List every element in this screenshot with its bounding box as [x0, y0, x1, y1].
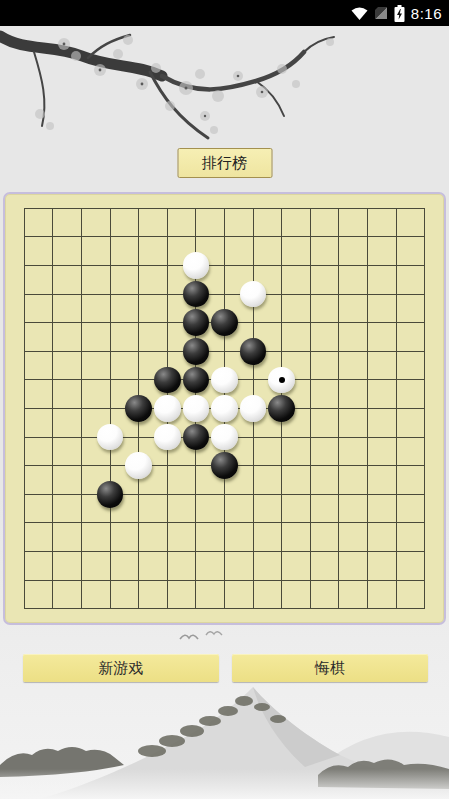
intersection[interactable]: [153, 366, 182, 395]
intersection[interactable]: [182, 366, 211, 395]
intersection[interactable]: [182, 394, 211, 423]
undo-button-label: 悔棋: [315, 659, 345, 678]
leaderboard-button-label: 排行榜: [202, 154, 247, 173]
intersection[interactable]: [67, 566, 96, 595]
intersection[interactable]: [239, 480, 268, 509]
intersection[interactable]: [267, 251, 296, 280]
white-stone: [240, 281, 267, 308]
intersection[interactable]: [96, 394, 125, 423]
intersection[interactable]: [67, 423, 96, 452]
intersection[interactable]: [353, 394, 382, 423]
intersection[interactable]: [67, 394, 96, 423]
intersection[interactable]: [153, 223, 182, 252]
white-stone: [183, 395, 210, 422]
intersection[interactable]: [410, 194, 439, 223]
intersection[interactable]: [353, 566, 382, 595]
intersection[interactable]: [210, 366, 239, 395]
intersection[interactable]: [325, 480, 354, 509]
white-stone: [211, 424, 238, 451]
black-stone: [211, 452, 238, 479]
black-stone: [154, 367, 181, 394]
intersection[interactable]: [382, 308, 411, 337]
intersection[interactable]: [96, 194, 125, 223]
intersection[interactable]: [153, 594, 182, 623]
intersection[interactable]: [325, 366, 354, 395]
intersection[interactable]: [153, 308, 182, 337]
intersection[interactable]: [382, 566, 411, 595]
intersection[interactable]: [39, 423, 68, 452]
intersection[interactable]: [210, 251, 239, 280]
intersection[interactable]: [325, 308, 354, 337]
intersection[interactable]: [296, 566, 325, 595]
intersection[interactable]: [353, 537, 382, 566]
intersection[interactable]: [296, 280, 325, 309]
intersection[interactable]: [10, 308, 39, 337]
intersection[interactable]: [182, 280, 211, 309]
intersection[interactable]: [353, 280, 382, 309]
intersection[interactable]: [382, 480, 411, 509]
intersection[interactable]: [410, 594, 439, 623]
intersection[interactable]: [39, 223, 68, 252]
intersection[interactable]: [296, 451, 325, 480]
white-stone: [211, 367, 238, 394]
intersection[interactable]: [182, 251, 211, 280]
white-stone: [240, 395, 267, 422]
intersection[interactable]: [210, 594, 239, 623]
intersection[interactable]: [124, 566, 153, 595]
intersection[interactable]: [39, 594, 68, 623]
board-grid: [10, 194, 439, 623]
white-stone: [211, 395, 238, 422]
intersection[interactable]: [67, 594, 96, 623]
intersection[interactable]: [210, 509, 239, 538]
intersection[interactable]: [325, 251, 354, 280]
intersection[interactable]: [267, 394, 296, 423]
no-sim-icon: [374, 6, 388, 20]
intersection[interactable]: [39, 394, 68, 423]
intersection[interactable]: [382, 280, 411, 309]
intersection[interactable]: [325, 509, 354, 538]
intersection[interactable]: [67, 537, 96, 566]
intersection[interactable]: [124, 308, 153, 337]
intersection[interactable]: [353, 594, 382, 623]
intersection[interactable]: [267, 308, 296, 337]
intersection[interactable]: [96, 223, 125, 252]
intersection[interactable]: [67, 308, 96, 337]
intersection[interactable]: [67, 251, 96, 280]
intersection[interactable]: [382, 509, 411, 538]
intersection[interactable]: [410, 394, 439, 423]
intersection[interactable]: [410, 451, 439, 480]
white-stone: [183, 252, 210, 279]
intersection[interactable]: [382, 594, 411, 623]
intersection[interactable]: [410, 337, 439, 366]
intersection[interactable]: [210, 194, 239, 223]
gomoku-board[interactable]: [10, 194, 439, 623]
intersection[interactable]: [182, 451, 211, 480]
wifi-icon: [351, 7, 368, 20]
intersection[interactable]: [39, 308, 68, 337]
intersection[interactable]: [210, 280, 239, 309]
intersection[interactable]: [325, 594, 354, 623]
intersection[interactable]: [267, 537, 296, 566]
intersection[interactable]: [124, 537, 153, 566]
intersection[interactable]: [353, 251, 382, 280]
intersection[interactable]: [182, 308, 211, 337]
intersection[interactable]: [10, 223, 39, 252]
intersection[interactable]: [267, 423, 296, 452]
intersection[interactable]: [67, 509, 96, 538]
intersection[interactable]: [124, 366, 153, 395]
intersection[interactable]: [210, 308, 239, 337]
intersection[interactable]: [410, 509, 439, 538]
intersection[interactable]: [67, 280, 96, 309]
intersection[interactable]: [382, 337, 411, 366]
intersection[interactable]: [182, 480, 211, 509]
intersection[interactable]: [96, 509, 125, 538]
status-time: 8:16: [411, 5, 442, 22]
intersection[interactable]: [124, 223, 153, 252]
intersection[interactable]: [239, 537, 268, 566]
action-button-row: 新游戏 悔棋: [23, 654, 428, 682]
intersection[interactable]: [182, 423, 211, 452]
intersection[interactable]: [153, 480, 182, 509]
intersection[interactable]: [239, 394, 268, 423]
intersection[interactable]: [182, 223, 211, 252]
intersection[interactable]: [10, 251, 39, 280]
intersection[interactable]: [67, 366, 96, 395]
white-stone: [268, 367, 295, 394]
intersection[interactable]: [410, 251, 439, 280]
intersection[interactable]: [382, 537, 411, 566]
intersection[interactable]: [10, 451, 39, 480]
intersection[interactable]: [239, 251, 268, 280]
intersection[interactable]: [239, 366, 268, 395]
intersection[interactable]: [296, 394, 325, 423]
intersection[interactable]: [153, 194, 182, 223]
intersection[interactable]: [124, 280, 153, 309]
intersection[interactable]: [267, 337, 296, 366]
intersection[interactable]: [382, 394, 411, 423]
intersection[interactable]: [124, 251, 153, 280]
intersection[interactable]: [96, 308, 125, 337]
black-stone: [240, 338, 267, 365]
intersection[interactable]: [382, 423, 411, 452]
intersection[interactable]: [382, 366, 411, 395]
intersection[interactable]: [39, 251, 68, 280]
intersection[interactable]: [382, 223, 411, 252]
intersection[interactable]: [382, 194, 411, 223]
intersection[interactable]: [39, 451, 68, 480]
intersection[interactable]: [210, 566, 239, 595]
intersection[interactable]: [10, 509, 39, 538]
intersection[interactable]: [353, 451, 382, 480]
intersection[interactable]: [239, 223, 268, 252]
intersection[interactable]: [410, 537, 439, 566]
intersection[interactable]: [410, 280, 439, 309]
intersection[interactable]: [96, 566, 125, 595]
intersection[interactable]: [325, 566, 354, 595]
intersection[interactable]: [410, 308, 439, 337]
intersection[interactable]: [10, 366, 39, 395]
intersection[interactable]: [10, 194, 39, 223]
intersection[interactable]: [124, 337, 153, 366]
intersection[interactable]: [153, 280, 182, 309]
intersection[interactable]: [296, 366, 325, 395]
black-stone: [97, 481, 124, 508]
intersection[interactable]: [382, 451, 411, 480]
intersection[interactable]: [124, 394, 153, 423]
intersection[interactable]: [182, 509, 211, 538]
intersection[interactable]: [239, 566, 268, 595]
intersection[interactable]: [353, 223, 382, 252]
intersection[interactable]: [39, 337, 68, 366]
intersection[interactable]: [67, 480, 96, 509]
intersection[interactable]: [353, 480, 382, 509]
black-stone: [268, 395, 295, 422]
intersection[interactable]: [10, 423, 39, 452]
intersection[interactable]: [267, 223, 296, 252]
white-stone: [97, 424, 124, 451]
intersection[interactable]: [353, 366, 382, 395]
intersection[interactable]: [267, 509, 296, 538]
intersection[interactable]: [10, 566, 39, 595]
gomoku-app-screen: 8:16 排行榜: [0, 0, 449, 799]
intersection[interactable]: [325, 451, 354, 480]
intersection[interactable]: [296, 337, 325, 366]
black-stone: [183, 338, 210, 365]
intersection[interactable]: [39, 480, 68, 509]
black-stone: [211, 309, 238, 336]
intersection[interactable]: [210, 223, 239, 252]
intersection[interactable]: [182, 194, 211, 223]
intersection[interactable]: [239, 509, 268, 538]
intersection[interactable]: [267, 451, 296, 480]
intersection[interactable]: [96, 594, 125, 623]
undo-button[interactable]: 悔棋: [232, 654, 428, 682]
intersection[interactable]: [96, 366, 125, 395]
intersection[interactable]: [267, 594, 296, 623]
intersection[interactable]: [267, 566, 296, 595]
intersection[interactable]: [153, 251, 182, 280]
intersection[interactable]: [296, 509, 325, 538]
intersection[interactable]: [210, 337, 239, 366]
intersection[interactable]: [239, 451, 268, 480]
new-game-button-label: 新游戏: [99, 659, 144, 678]
intersection[interactable]: [296, 251, 325, 280]
intersection[interactable]: [353, 308, 382, 337]
intersection[interactable]: [296, 594, 325, 623]
intersection[interactable]: [10, 594, 39, 623]
plum-blossom-art: [0, 26, 345, 148]
mountain-art: [0, 685, 449, 799]
last-move-marker: [279, 377, 285, 383]
intersection[interactable]: [124, 194, 153, 223]
white-stone: [154, 424, 181, 451]
intersection[interactable]: [67, 223, 96, 252]
intersection[interactable]: [153, 337, 182, 366]
intersection[interactable]: [239, 337, 268, 366]
board-frame: [3, 192, 446, 625]
intersection[interactable]: [210, 451, 239, 480]
black-stone: [183, 281, 210, 308]
intersection[interactable]: [124, 480, 153, 509]
black-stone: [183, 424, 210, 451]
intersection[interactable]: [10, 537, 39, 566]
new-game-button[interactable]: 新游戏: [23, 654, 219, 682]
intersection[interactable]: [96, 423, 125, 452]
intersection[interactable]: [382, 251, 411, 280]
intersection[interactable]: [153, 451, 182, 480]
intersection[interactable]: [67, 194, 96, 223]
intersection[interactable]: [153, 509, 182, 538]
intersection[interactable]: [210, 423, 239, 452]
intersection[interactable]: [410, 480, 439, 509]
intersection[interactable]: [325, 423, 354, 452]
intersection[interactable]: [124, 451, 153, 480]
intersection[interactable]: [410, 566, 439, 595]
intersection[interactable]: [353, 337, 382, 366]
intersection[interactable]: [267, 366, 296, 395]
intersection[interactable]: [353, 509, 382, 538]
intersection[interactable]: [239, 280, 268, 309]
intersection[interactable]: [325, 394, 354, 423]
black-stone: [183, 309, 210, 336]
intersection[interactable]: [39, 366, 68, 395]
intersection[interactable]: [325, 223, 354, 252]
intersection[interactable]: [325, 194, 354, 223]
intersection[interactable]: [353, 194, 382, 223]
intersection[interactable]: [410, 423, 439, 452]
intersection[interactable]: [124, 594, 153, 623]
intersection[interactable]: [210, 537, 239, 566]
intersection[interactable]: [410, 366, 439, 395]
intersection[interactable]: [96, 251, 125, 280]
intersection[interactable]: [296, 194, 325, 223]
intersection[interactable]: [96, 280, 125, 309]
intersection[interactable]: [96, 480, 125, 509]
black-stone: [125, 395, 152, 422]
intersection[interactable]: [353, 423, 382, 452]
intersection[interactable]: [182, 337, 211, 366]
intersection[interactable]: [39, 537, 68, 566]
intersection[interactable]: [296, 308, 325, 337]
intersection[interactable]: [153, 566, 182, 595]
intersection[interactable]: [239, 194, 268, 223]
intersection[interactable]: [39, 509, 68, 538]
intersection[interactable]: [182, 537, 211, 566]
intersection[interactable]: [239, 594, 268, 623]
white-stone: [154, 395, 181, 422]
intersection[interactable]: [296, 537, 325, 566]
intersection[interactable]: [267, 280, 296, 309]
intersection[interactable]: [39, 566, 68, 595]
battery-charging-icon: [394, 5, 405, 22]
intersection[interactable]: [153, 423, 182, 452]
intersection[interactable]: [296, 223, 325, 252]
intersection[interactable]: [153, 394, 182, 423]
intersection[interactable]: [96, 337, 125, 366]
intersection[interactable]: [296, 423, 325, 452]
intersection[interactable]: [210, 480, 239, 509]
intersection[interactable]: [325, 280, 354, 309]
status-bar: 8:16: [0, 0, 449, 26]
intersection[interactable]: [153, 537, 182, 566]
intersection[interactable]: [296, 480, 325, 509]
intersection[interactable]: [410, 223, 439, 252]
intersection[interactable]: [10, 280, 39, 309]
intersection[interactable]: [325, 537, 354, 566]
intersection[interactable]: [325, 337, 354, 366]
intersection[interactable]: [67, 337, 96, 366]
intersection[interactable]: [96, 537, 125, 566]
intersection[interactable]: [10, 394, 39, 423]
intersection[interactable]: [124, 423, 153, 452]
intersection[interactable]: [267, 480, 296, 509]
leaderboard-button[interactable]: 排行榜: [177, 148, 272, 178]
black-stone: [183, 367, 210, 394]
intersection[interactable]: [96, 451, 125, 480]
intersection[interactable]: [267, 194, 296, 223]
intersection[interactable]: [39, 194, 68, 223]
intersection[interactable]: [10, 337, 39, 366]
intersection[interactable]: [239, 308, 268, 337]
intersection[interactable]: [210, 394, 239, 423]
intersection[interactable]: [182, 566, 211, 595]
intersection[interactable]: [67, 451, 96, 480]
intersection[interactable]: [182, 594, 211, 623]
white-stone: [125, 452, 152, 479]
intersection[interactable]: [39, 280, 68, 309]
intersection[interactable]: [239, 423, 268, 452]
birds-art: [178, 626, 228, 646]
intersection[interactable]: [10, 480, 39, 509]
intersection[interactable]: [124, 509, 153, 538]
